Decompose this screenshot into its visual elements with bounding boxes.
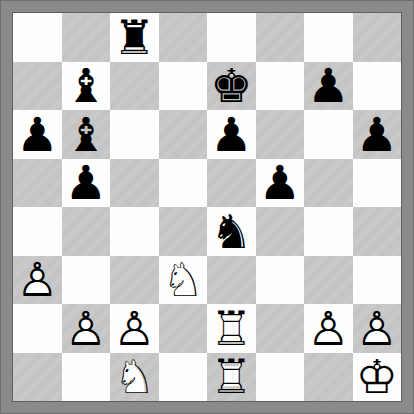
black-bishop-glyph: ♝ bbox=[65, 62, 107, 109]
black-pawn-glyph: ♟ bbox=[65, 159, 107, 206]
square-g3[interactable] bbox=[304, 256, 353, 305]
square-e6[interactable]: ♟ bbox=[207, 110, 256, 159]
piece-white-knight: ♞♘ bbox=[159, 256, 208, 305]
piece-black-pawn: ♟ bbox=[62, 159, 111, 208]
square-h6[interactable]: ♟ bbox=[353, 110, 402, 159]
square-h1[interactable]: ♚♔ bbox=[353, 353, 402, 402]
piece-black-bishop: ♝ bbox=[62, 110, 111, 159]
square-f6[interactable] bbox=[256, 110, 305, 159]
square-a1[interactable] bbox=[13, 353, 62, 402]
square-c2[interactable]: ♟♙ bbox=[110, 304, 159, 353]
piece-white-pawn: ♟♙ bbox=[13, 256, 62, 305]
white-pawn-glyph: ♙ bbox=[16, 256, 58, 303]
square-a8[interactable] bbox=[13, 13, 62, 62]
piece-black-pawn: ♟ bbox=[207, 110, 256, 159]
square-d1[interactable] bbox=[159, 353, 208, 402]
black-pawn-glyph: ♟ bbox=[356, 111, 398, 158]
square-f8[interactable] bbox=[256, 13, 305, 62]
square-h5[interactable] bbox=[353, 159, 402, 208]
square-e7[interactable]: ♚ bbox=[207, 62, 256, 111]
chess-board: ♜♝♚♟♟♝♟♟♟♟♞♟♙♞♘♟♙♟♙♜♖♟♙♟♙♞♘♜♖♚♔ bbox=[13, 13, 401, 401]
square-b4[interactable] bbox=[62, 207, 111, 256]
square-e3[interactable] bbox=[207, 256, 256, 305]
square-h3[interactable] bbox=[353, 256, 402, 305]
square-d5[interactable] bbox=[159, 159, 208, 208]
piece-white-rook: ♜♖ bbox=[207, 304, 256, 353]
piece-white-king: ♚♔ bbox=[353, 353, 402, 402]
white-knight-glyph: ♘ bbox=[162, 256, 204, 303]
white-pawn-glyph: ♙ bbox=[65, 305, 107, 352]
piece-white-knight: ♞♘ bbox=[110, 353, 159, 402]
square-g7[interactable]: ♟ bbox=[304, 62, 353, 111]
square-h8[interactable] bbox=[353, 13, 402, 62]
piece-black-pawn: ♟ bbox=[13, 110, 62, 159]
square-a4[interactable] bbox=[13, 207, 62, 256]
square-e8[interactable] bbox=[207, 13, 256, 62]
black-pawn-glyph: ♟ bbox=[307, 62, 349, 109]
piece-white-rook: ♜♖ bbox=[207, 353, 256, 402]
square-b5[interactable]: ♟ bbox=[62, 159, 111, 208]
white-rook-glyph: ♖ bbox=[210, 305, 252, 352]
piece-white-pawn: ♟♙ bbox=[110, 304, 159, 353]
square-f4[interactable] bbox=[256, 207, 305, 256]
piece-black-bishop: ♝ bbox=[62, 62, 111, 111]
piece-black-rook: ♜ bbox=[110, 13, 159, 62]
square-g1[interactable] bbox=[304, 353, 353, 402]
square-c8[interactable]: ♜ bbox=[110, 13, 159, 62]
square-c5[interactable] bbox=[110, 159, 159, 208]
square-d8[interactable] bbox=[159, 13, 208, 62]
square-g5[interactable] bbox=[304, 159, 353, 208]
black-king-glyph: ♚ bbox=[210, 62, 252, 109]
square-d6[interactable] bbox=[159, 110, 208, 159]
square-d3[interactable]: ♞♘ bbox=[159, 256, 208, 305]
piece-black-pawn: ♟ bbox=[353, 110, 402, 159]
square-c6[interactable] bbox=[110, 110, 159, 159]
square-f1[interactable] bbox=[256, 353, 305, 402]
black-pawn-glyph: ♟ bbox=[259, 159, 301, 206]
square-a7[interactable] bbox=[13, 62, 62, 111]
square-e4[interactable]: ♞ bbox=[207, 207, 256, 256]
square-f7[interactable] bbox=[256, 62, 305, 111]
white-pawn-glyph: ♙ bbox=[356, 305, 398, 352]
square-h2[interactable]: ♟♙ bbox=[353, 304, 402, 353]
square-g2[interactable]: ♟♙ bbox=[304, 304, 353, 353]
square-a5[interactable] bbox=[13, 159, 62, 208]
square-a3[interactable]: ♟♙ bbox=[13, 256, 62, 305]
square-a6[interactable]: ♟ bbox=[13, 110, 62, 159]
white-pawn-glyph: ♙ bbox=[307, 305, 349, 352]
square-d7[interactable] bbox=[159, 62, 208, 111]
square-g6[interactable] bbox=[304, 110, 353, 159]
black-knight-glyph: ♞ bbox=[210, 208, 252, 255]
square-c7[interactable] bbox=[110, 62, 159, 111]
white-king-glyph: ♔ bbox=[356, 353, 398, 400]
square-c4[interactable] bbox=[110, 207, 159, 256]
square-h7[interactable] bbox=[353, 62, 402, 111]
square-f2[interactable] bbox=[256, 304, 305, 353]
square-g8[interactable] bbox=[304, 13, 353, 62]
piece-white-pawn: ♟♙ bbox=[304, 304, 353, 353]
square-h4[interactable] bbox=[353, 207, 402, 256]
black-pawn-glyph: ♟ bbox=[16, 111, 58, 158]
piece-black-knight: ♞ bbox=[207, 207, 256, 256]
square-d2[interactable] bbox=[159, 304, 208, 353]
square-f3[interactable] bbox=[256, 256, 305, 305]
square-e5[interactable] bbox=[207, 159, 256, 208]
board-frame: ♜♝♚♟♟♝♟♟♟♟♞♟♙♞♘♟♙♟♙♜♖♟♙♟♙♞♘♜♖♚♔ bbox=[0, 0, 414, 414]
black-bishop-glyph: ♝ bbox=[65, 111, 107, 158]
square-b8[interactable] bbox=[62, 13, 111, 62]
white-pawn-glyph: ♙ bbox=[113, 305, 155, 352]
square-a2[interactable] bbox=[13, 304, 62, 353]
square-b1[interactable] bbox=[62, 353, 111, 402]
square-f5[interactable]: ♟ bbox=[256, 159, 305, 208]
square-b3[interactable] bbox=[62, 256, 111, 305]
piece-white-pawn: ♟♙ bbox=[353, 304, 402, 353]
square-c3[interactable] bbox=[110, 256, 159, 305]
piece-white-pawn: ♟♙ bbox=[62, 304, 111, 353]
piece-black-king: ♚ bbox=[207, 62, 256, 111]
piece-black-pawn: ♟ bbox=[304, 62, 353, 111]
square-e2[interactable]: ♜♖ bbox=[207, 304, 256, 353]
square-b7[interactable]: ♝ bbox=[62, 62, 111, 111]
black-rook-glyph: ♜ bbox=[113, 14, 155, 61]
black-pawn-glyph: ♟ bbox=[210, 111, 252, 158]
square-b2[interactable]: ♟♙ bbox=[62, 304, 111, 353]
piece-black-pawn: ♟ bbox=[256, 159, 305, 208]
white-knight-glyph: ♘ bbox=[113, 353, 155, 400]
square-c1[interactable]: ♞♘ bbox=[110, 353, 159, 402]
square-g4[interactable] bbox=[304, 207, 353, 256]
white-rook-glyph: ♖ bbox=[210, 353, 252, 400]
square-e1[interactable]: ♜♖ bbox=[207, 353, 256, 402]
square-d4[interactable] bbox=[159, 207, 208, 256]
square-b6[interactable]: ♝ bbox=[62, 110, 111, 159]
